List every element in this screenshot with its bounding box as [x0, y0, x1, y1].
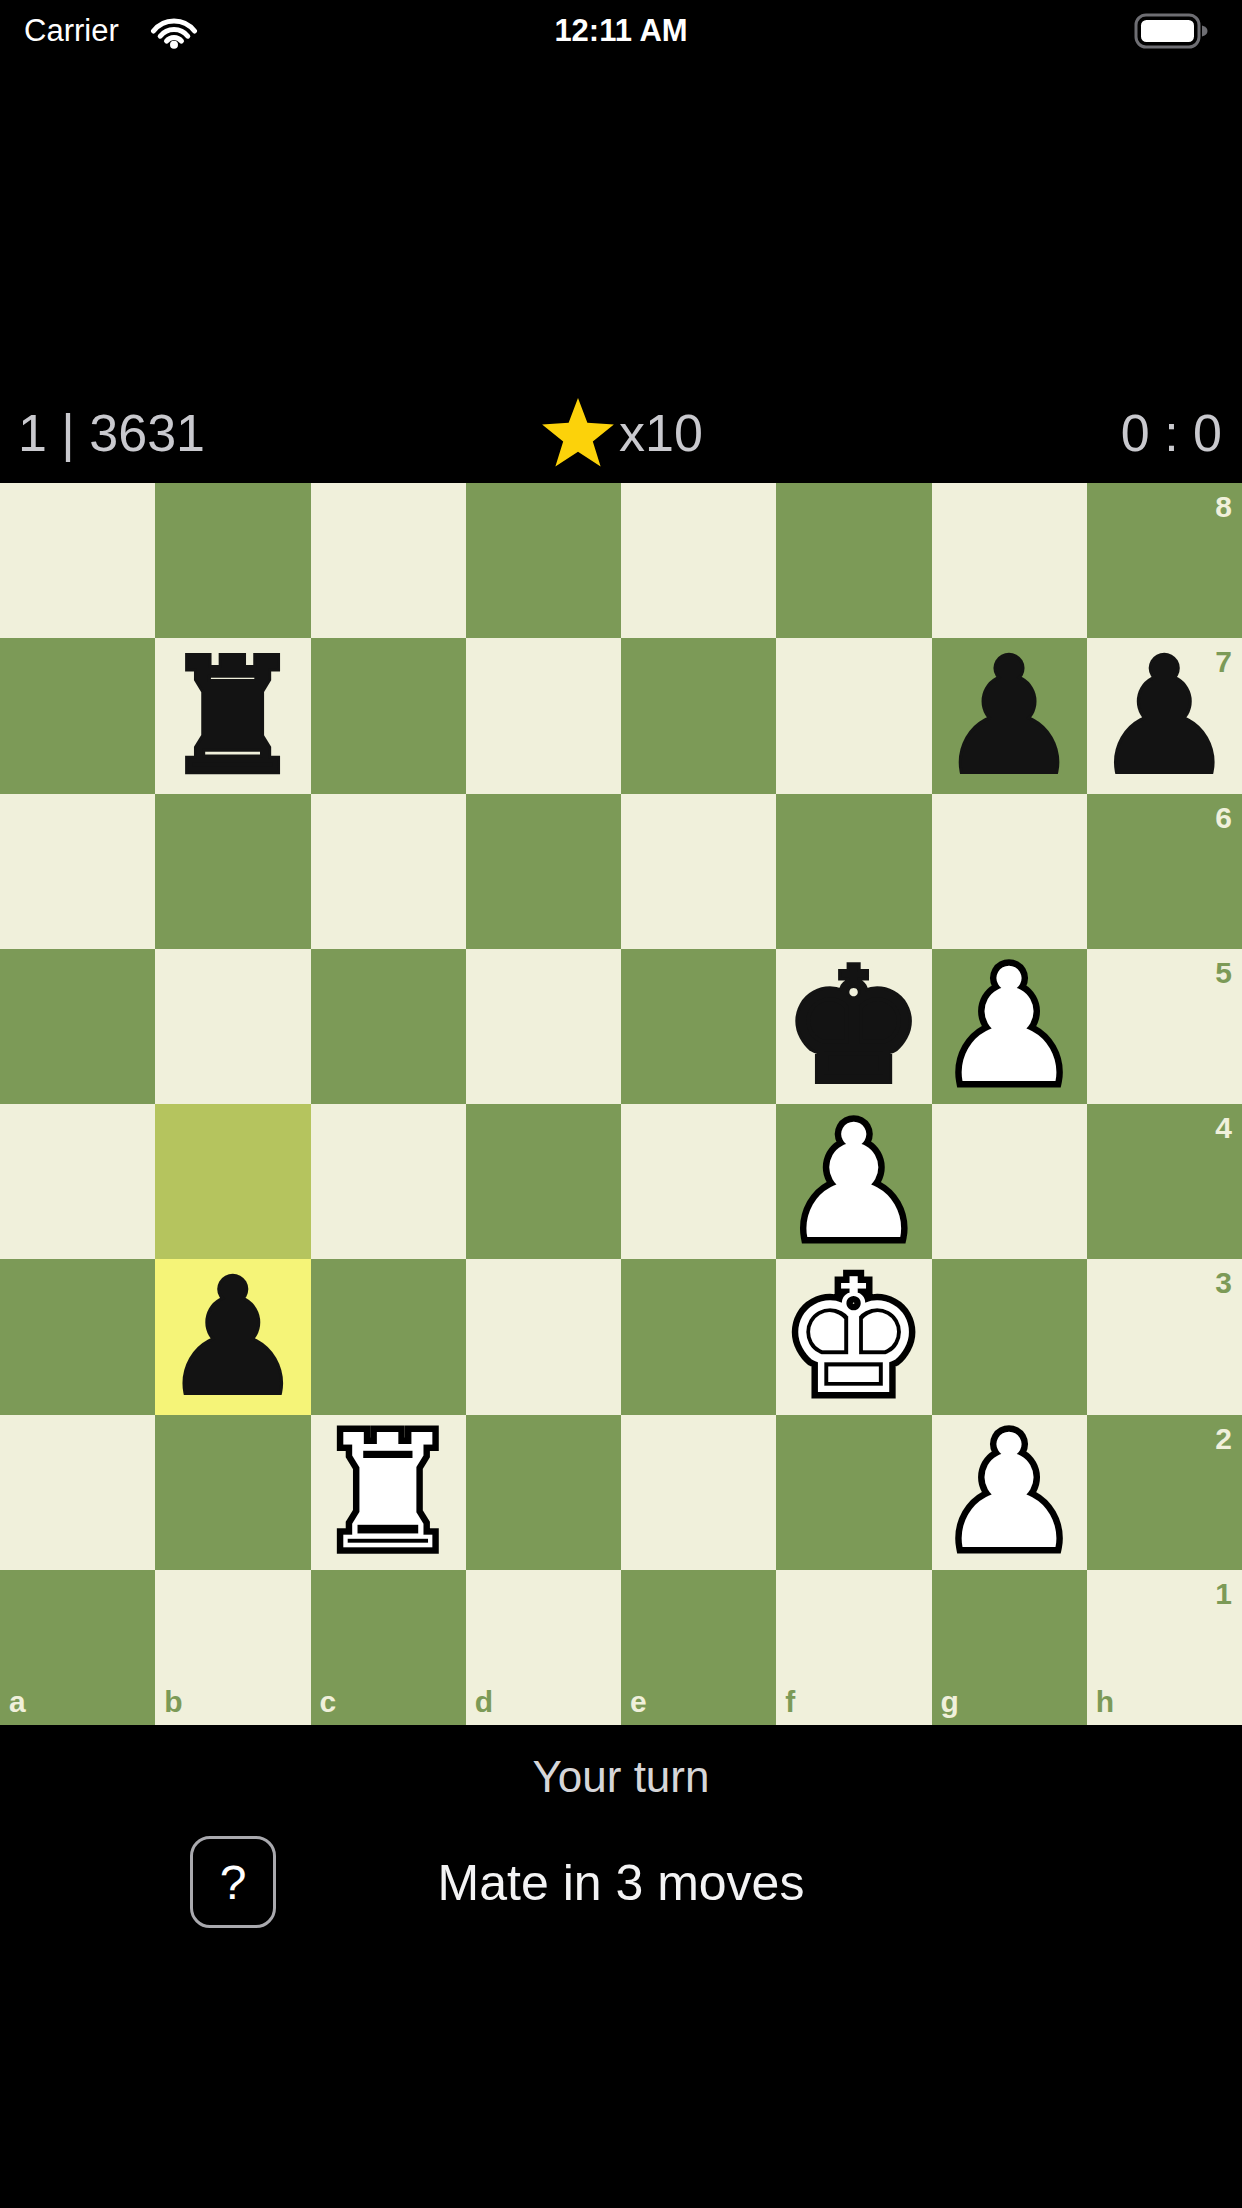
square-b7[interactable]: ♜♜ — [155, 638, 310, 793]
white-pawn-glyph: ♟ — [776, 1104, 931, 1259]
file-label-b: b — [164, 1687, 182, 1717]
square-b1[interactable]: b — [155, 1570, 310, 1725]
square-b3[interactable]: ♟♟ — [155, 1259, 310, 1414]
square-c4[interactable] — [311, 1104, 466, 1259]
file-label-a: a — [9, 1687, 26, 1717]
square-a5[interactable] — [0, 949, 155, 1104]
black-pawn-glyph: ♟ — [1087, 638, 1242, 793]
objective-text: Mate in 3 moves — [0, 1854, 1242, 1912]
white-pawn-glyph: ♟ — [932, 949, 1087, 1104]
square-a6[interactable] — [0, 794, 155, 949]
square-b6[interactable] — [155, 794, 310, 949]
square-d2[interactable] — [466, 1415, 621, 1570]
square-f1[interactable]: f — [776, 1570, 931, 1725]
square-a8[interactable] — [0, 483, 155, 638]
square-h6[interactable]: 6 — [1087, 794, 1242, 949]
piece-white-king[interactable]: ♚♚ — [776, 1259, 931, 1414]
rank-label-4: 4 — [1215, 1113, 1232, 1143]
piece-white-pawn[interactable]: ♟♟ — [932, 949, 1087, 1104]
square-c5[interactable] — [311, 949, 466, 1104]
square-f4[interactable]: ♟♟ — [776, 1104, 931, 1259]
square-e3[interactable] — [621, 1259, 776, 1414]
clock-label: 12:11 AM — [0, 13, 1242, 49]
square-b2[interactable] — [155, 1415, 310, 1570]
square-e7[interactable] — [621, 638, 776, 793]
piece-black-king[interactable]: ♚♚ — [776, 949, 931, 1104]
turn-indicator: Your turn — [0, 1752, 1242, 1802]
square-e4[interactable] — [621, 1104, 776, 1259]
status-bar: Carrier 12:11 AM — [0, 0, 1242, 62]
file-label-c: c — [320, 1687, 337, 1717]
square-e5[interactable] — [621, 949, 776, 1104]
square-d1[interactable]: d — [466, 1570, 621, 1725]
piece-black-pawn[interactable]: ♟♟ — [1087, 638, 1242, 793]
square-a7[interactable] — [0, 638, 155, 793]
white-rook-glyph: ♜ — [311, 1415, 466, 1570]
square-g8[interactable] — [932, 483, 1087, 638]
square-e2[interactable] — [621, 1415, 776, 1570]
square-a4[interactable] — [0, 1104, 155, 1259]
square-g5[interactable]: ♟♟ — [932, 949, 1087, 1104]
rank-label-6: 6 — [1215, 803, 1232, 833]
square-a3[interactable] — [0, 1259, 155, 1414]
piece-white-pawn[interactable]: ♟♟ — [932, 1415, 1087, 1570]
square-h2[interactable]: 2 — [1087, 1415, 1242, 1570]
black-rook-glyph: ♜ — [155, 638, 310, 793]
square-f8[interactable] — [776, 483, 931, 638]
piece-black-rook[interactable]: ♜♜ — [155, 638, 310, 793]
square-f7[interactable] — [776, 638, 931, 793]
square-a2[interactable] — [0, 1415, 155, 1570]
square-d8[interactable] — [466, 483, 621, 638]
chess-board: 8♜♜♟♟7♟♟6♚♚♟♟5♟♟4♟♟♚♚3♜♜♟♟2abcdefg1h — [0, 483, 1242, 1725]
square-g6[interactable] — [932, 794, 1087, 949]
file-label-e: e — [630, 1687, 647, 1717]
square-g1[interactable]: g — [932, 1570, 1087, 1725]
square-h1[interactable]: 1h — [1087, 1570, 1242, 1725]
square-c1[interactable]: c — [311, 1570, 466, 1725]
square-b8[interactable] — [155, 483, 310, 638]
piece-white-pawn[interactable]: ♟♟ — [776, 1104, 931, 1259]
square-f6[interactable] — [776, 794, 931, 949]
square-a1[interactable]: a — [0, 1570, 155, 1725]
square-d6[interactable] — [466, 794, 621, 949]
square-h4[interactable]: 4 — [1087, 1104, 1242, 1259]
square-c8[interactable] — [311, 483, 466, 638]
square-c7[interactable] — [311, 638, 466, 793]
rank-label-8: 8 — [1215, 492, 1232, 522]
square-g4[interactable] — [932, 1104, 1087, 1259]
square-d5[interactable] — [466, 949, 621, 1104]
piece-black-pawn[interactable]: ♟♟ — [932, 638, 1087, 793]
square-f3[interactable]: ♚♚ — [776, 1259, 931, 1414]
piece-white-rook[interactable]: ♜♜ — [311, 1415, 466, 1570]
piece-black-pawn[interactable]: ♟♟ — [155, 1259, 310, 1414]
square-d7[interactable] — [466, 638, 621, 793]
square-h5[interactable]: 5 — [1087, 949, 1242, 1104]
file-label-g: g — [941, 1687, 959, 1717]
score-label: 0 : 0 — [1121, 403, 1222, 463]
white-king-glyph: ♚ — [776, 1259, 931, 1414]
rank-label-1: 1 — [1215, 1579, 1232, 1609]
square-d3[interactable] — [466, 1259, 621, 1414]
stats-header: 1 | 3631 x10 0 : 0 — [0, 386, 1242, 480]
square-g3[interactable] — [932, 1259, 1087, 1414]
file-label-d: d — [475, 1687, 493, 1717]
square-e6[interactable] — [621, 794, 776, 949]
square-c6[interactable] — [311, 794, 466, 949]
battery-full-icon — [1134, 13, 1210, 53]
star-multiplier-group: x10 — [0, 386, 1242, 480]
square-h3[interactable]: 3 — [1087, 1259, 1242, 1414]
square-e8[interactable] — [621, 483, 776, 638]
square-c3[interactable] — [311, 1259, 466, 1414]
square-g7[interactable]: ♟♟ — [932, 638, 1087, 793]
square-f2[interactable] — [776, 1415, 931, 1570]
square-b4[interactable] — [155, 1104, 310, 1259]
star-icon — [539, 396, 617, 470]
star-multiplier-label: x10 — [619, 403, 703, 463]
rank-label-2: 2 — [1215, 1424, 1232, 1454]
square-h8[interactable]: 8 — [1087, 483, 1242, 638]
black-pawn-glyph: ♟ — [932, 638, 1087, 793]
square-e1[interactable]: e — [621, 1570, 776, 1725]
square-b5[interactable] — [155, 949, 310, 1104]
square-d4[interactable] — [466, 1104, 621, 1259]
file-label-f: f — [785, 1687, 795, 1717]
square-c2[interactable]: ♜♜ — [311, 1415, 466, 1570]
square-h7[interactable]: 7♟♟ — [1087, 638, 1242, 793]
square-f5[interactable]: ♚♚ — [776, 949, 931, 1104]
white-pawn-glyph: ♟ — [932, 1415, 1087, 1570]
rank-label-3: 3 — [1215, 1268, 1232, 1298]
black-pawn-glyph: ♟ — [155, 1259, 310, 1414]
black-king-glyph: ♚ — [776, 949, 931, 1104]
square-g2[interactable]: ♟♟ — [932, 1415, 1087, 1570]
file-label-h: h — [1096, 1687, 1114, 1717]
rank-label-5: 5 — [1215, 958, 1232, 988]
